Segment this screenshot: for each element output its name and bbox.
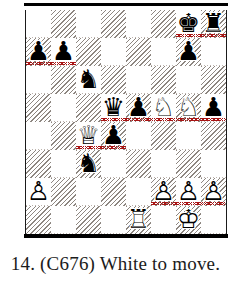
square-h6: [201, 66, 226, 94]
square-f6: [151, 66, 176, 94]
white-rook-glyph: ♖: [126, 206, 151, 234]
square-g6: [176, 66, 201, 94]
square-c2: [76, 178, 101, 206]
square-a6: [26, 66, 51, 94]
diagram-page: ♚♚♜♜♟♟♟♟♟♟♞♞♛♛♟♟♞♘♞♘♟♟♛♕♟♟♞♞♟♙♟♙♟♙♟♙♜♖♚♔…: [0, 0, 231, 285]
square-b3: [51, 150, 76, 178]
black-knight-glyph: ♞: [76, 66, 101, 94]
board-top-rule: [24, 3, 228, 6]
square-a4: [26, 122, 51, 150]
red-squiggle-underline: [76, 146, 126, 149]
square-a3: [26, 150, 51, 178]
black-knight: ♞♞: [76, 150, 101, 178]
black-knight-glyph: ♞: [76, 150, 101, 178]
square-e7: [126, 38, 151, 66]
square-c8: [76, 10, 101, 38]
square-a8: [26, 10, 51, 38]
square-d1: [101, 206, 126, 234]
square-f3: [151, 150, 176, 178]
square-d3: [101, 150, 126, 178]
square-e3: [126, 150, 151, 178]
square-e6: [126, 66, 151, 94]
red-squiggle-underline: [101, 118, 226, 121]
square-c1: [76, 206, 101, 234]
chess-board: ♚♚♜♜♟♟♟♟♟♟♞♞♛♛♟♟♞♘♞♘♟♟♛♕♟♟♞♞♟♙♟♙♟♙♟♙♜♖♚♔: [25, 10, 227, 234]
square-c6: ♞♞: [76, 66, 101, 94]
black-knight: ♞♞: [76, 66, 101, 94]
square-f1: [151, 206, 176, 234]
square-h7: [201, 38, 226, 66]
white-pawn: ♟♙: [26, 178, 51, 206]
red-squiggle-underline: [26, 62, 76, 65]
white-rook: ♜♖: [126, 206, 151, 234]
board-bottom-rule: [24, 234, 228, 238]
chess-diagram: ♚♚♜♜♟♟♟♟♟♟♞♞♛♛♟♟♞♘♞♘♟♟♛♕♟♟♞♞♟♙♟♙♟♙♟♙♜♖♚♔: [24, 3, 228, 238]
square-h4: [201, 122, 226, 150]
square-g7: ♟♟: [176, 38, 201, 66]
square-a5: [26, 94, 51, 122]
square-g1: ♚♔: [176, 206, 201, 234]
square-g3: [176, 150, 201, 178]
black-pawn: ♟♟: [176, 38, 201, 66]
square-a1: [26, 206, 51, 234]
square-b8: [51, 10, 76, 38]
caption: 14. (C676) White to move.: [0, 253, 231, 275]
white-pawn-glyph: ♙: [26, 178, 51, 206]
square-b6: [51, 66, 76, 94]
square-d8: [101, 10, 126, 38]
square-f7: [151, 38, 176, 66]
square-d2: [101, 178, 126, 206]
square-c5: [76, 94, 101, 122]
square-f8: [151, 10, 176, 38]
square-e4: [126, 122, 151, 150]
white-king: ♚♔: [176, 206, 201, 234]
red-squiggle-underline: [176, 34, 226, 37]
square-b2: [51, 178, 76, 206]
square-h3: [201, 150, 226, 178]
square-f4: [151, 122, 176, 150]
square-a2: ♟♙: [26, 178, 51, 206]
square-c3: ♞♞: [76, 150, 101, 178]
square-c7: [76, 38, 101, 66]
white-king-glyph: ♔: [176, 206, 201, 234]
square-h1: [201, 206, 226, 234]
square-d6: [101, 66, 126, 94]
black-pawn-glyph: ♟: [176, 38, 201, 66]
square-d7: [101, 38, 126, 66]
square-b5: [51, 94, 76, 122]
red-squiggle-underline: [151, 202, 226, 205]
square-e1: ♜♖: [126, 206, 151, 234]
square-e8: [126, 10, 151, 38]
square-g4: [176, 122, 201, 150]
square-e2: [126, 178, 151, 206]
square-b4: [51, 122, 76, 150]
square-b1: [51, 206, 76, 234]
